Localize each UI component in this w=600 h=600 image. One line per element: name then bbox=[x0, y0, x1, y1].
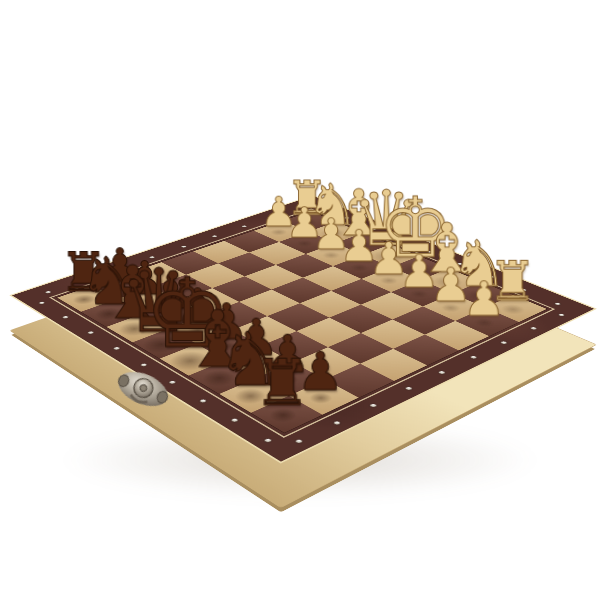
white-pawn[interactable]: ♟ bbox=[463, 275, 506, 322]
black-rook[interactable]: ♜ bbox=[254, 352, 311, 416]
product-photo: ♜♞♝♛♚♝♞♜♟♟♟♟♟♟♟♟♟♟♟♟♟♟♟♟♜♞♝♛♚♝♞♜ bbox=[0, 0, 600, 600]
